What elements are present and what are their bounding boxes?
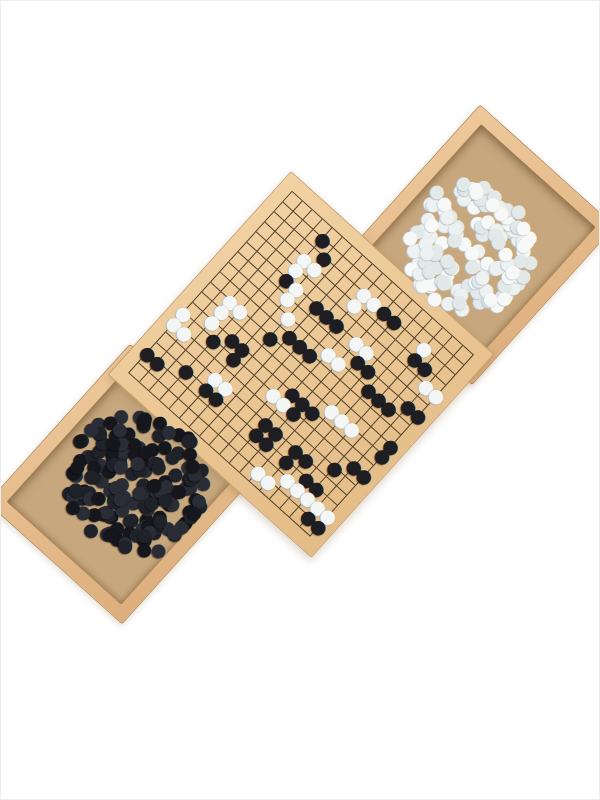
black-stone: ● xyxy=(224,348,244,368)
black-stone: ● xyxy=(313,228,333,248)
black-stone: ● xyxy=(204,330,224,350)
product-photo-go-set: ●●●●●●●●●●●●●●●●●●●●●●●●●●●●●●●●●●●●●●●●… xyxy=(0,0,600,800)
black-stone: ● xyxy=(325,457,345,477)
white-stone: ● xyxy=(279,307,299,327)
white-stone: ● xyxy=(278,288,298,308)
black-stone: ● xyxy=(372,445,392,465)
white-tray-stone: ● xyxy=(401,227,419,245)
black-stone: ● xyxy=(277,450,297,470)
white-stone: ● xyxy=(203,311,223,331)
white-stone: ● xyxy=(345,294,365,314)
black-stone: ● xyxy=(177,360,197,380)
black-stone: ● xyxy=(261,327,281,347)
